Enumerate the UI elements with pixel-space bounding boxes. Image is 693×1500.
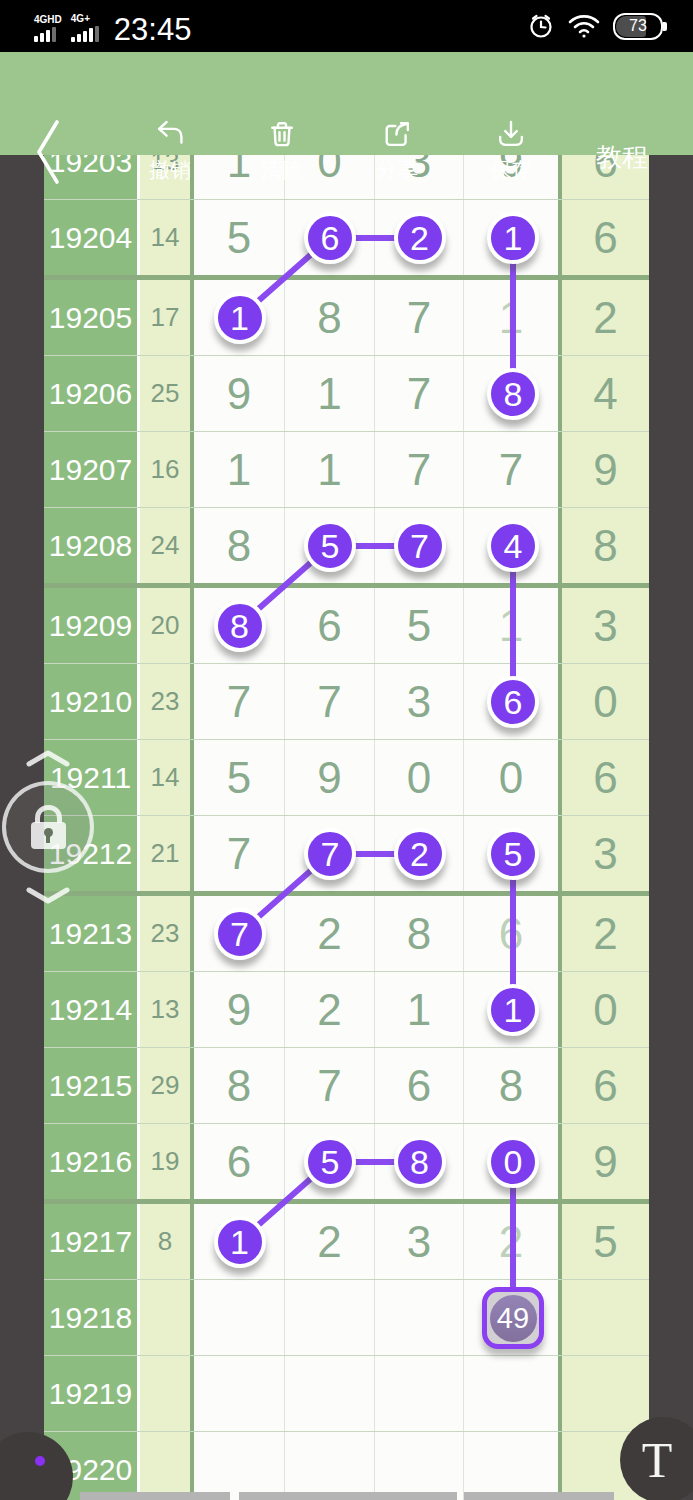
digit-cell[interactable]: 3 xyxy=(375,664,464,739)
scrollbar-segment[interactable] xyxy=(239,1492,457,1500)
digit-cell[interactable]: 7 xyxy=(375,280,464,355)
digit-cell[interactable]: 8 xyxy=(194,508,285,583)
undo-label: 撤销 xyxy=(149,156,191,184)
tail-digit-cell[interactable]: 3 xyxy=(562,588,649,663)
selected-number-circle[interactable]: 1 xyxy=(487,984,539,1036)
period-cell: 19209 xyxy=(44,588,140,663)
selected-number-circle[interactable]: 7 xyxy=(394,520,446,572)
chevron-down-icon xyxy=(26,887,70,904)
signal-bars-icon xyxy=(71,26,99,42)
table-row: 19205178712 xyxy=(44,280,649,356)
selected-number-circle[interactable]: 0 xyxy=(487,1136,539,1188)
tail-digit-cell[interactable] xyxy=(562,1280,649,1355)
selected-number-circle[interactable]: 5 xyxy=(304,520,356,572)
period-cell: 19215 xyxy=(44,1048,140,1123)
share-label: 分享 xyxy=(376,156,418,184)
tail-digit-cell[interactable]: 6 xyxy=(562,740,649,815)
sum-cell: 17 xyxy=(140,280,194,355)
text-tool-button[interactable]: T xyxy=(620,1417,693,1500)
sum-cell: 23 xyxy=(140,896,194,971)
selected-number-circle[interactable]: 7 xyxy=(304,828,356,880)
period-cell: 19216 xyxy=(44,1124,140,1199)
scroll-up-button[interactable] xyxy=(26,750,70,767)
period-cell: 19207 xyxy=(44,432,140,507)
toolbar: 撤销 清除 分享 xyxy=(0,52,693,155)
tail-digit-cell[interactable]: 2 xyxy=(562,280,649,355)
digit-cell[interactable]: 0 xyxy=(375,740,464,815)
battery-icon: 73 xyxy=(613,13,663,40)
table-row: 192152987686 xyxy=(44,1048,649,1124)
selected-number-circle[interactable]: 8 xyxy=(214,600,266,652)
wifi-icon xyxy=(567,13,601,39)
digit-cell[interactable]: 5 xyxy=(194,740,285,815)
chevron-left-icon xyxy=(34,118,62,186)
sum-cell: 14 xyxy=(140,740,194,815)
table-row: 19214139210 xyxy=(44,972,649,1048)
sum-cell xyxy=(140,1432,194,1500)
digit-cell[interactable]: 6 xyxy=(194,1124,285,1199)
tail-digit-cell[interactable]: 9 xyxy=(562,1124,649,1199)
save-button[interactable]: 保存 xyxy=(469,118,553,184)
sum-cell: 25 xyxy=(140,356,194,431)
scrollbar-segment[interactable] xyxy=(464,1492,614,1500)
period-cell: 19205 xyxy=(44,280,140,355)
tail-digit-cell[interactable]: 4 xyxy=(562,356,649,431)
digit-cell[interactable] xyxy=(464,1356,562,1431)
undo-button[interactable]: 撤销 xyxy=(128,118,212,184)
tail-digit-cell[interactable]: 0 xyxy=(562,664,649,739)
selected-number-circle[interactable]: 4 xyxy=(487,520,539,572)
clock-time: 23:45 xyxy=(114,14,192,45)
selected-number-circle[interactable]: 1 xyxy=(214,292,266,344)
tail-digit-cell[interactable]: 2 xyxy=(562,896,649,971)
trend-chart-table: 1920313103961920414561920517871219206259… xyxy=(44,155,649,1500)
digit-cell[interactable]: 1 xyxy=(464,588,562,663)
alarm-clock-icon xyxy=(527,12,555,40)
sum-cell: 29 xyxy=(140,1048,194,1123)
period-cell: 19213 xyxy=(44,896,140,971)
selected-number-circle[interactable]: 6 xyxy=(304,212,356,264)
tail-digit-cell[interactable]: 9 xyxy=(562,432,649,507)
sum-cell: 20 xyxy=(140,588,194,663)
battery-percent: 73 xyxy=(629,17,647,35)
sum-cell: 8 xyxy=(140,1204,194,1279)
period-cell: 19204 xyxy=(44,200,140,275)
selected-number-circle[interactable]: 2 xyxy=(394,828,446,880)
text-tool-label: T xyxy=(642,1431,673,1489)
selected-number-circle[interactable]: 7 xyxy=(214,908,266,960)
tail-digit-cell[interactable]: 8 xyxy=(562,508,649,583)
tail-digit-cell[interactable] xyxy=(562,1356,649,1431)
tail-digit-cell[interactable]: 3 xyxy=(562,816,649,891)
digit-cell[interactable]: 6 xyxy=(464,896,562,971)
share-button[interactable]: 分享 xyxy=(355,118,439,184)
sum-cell xyxy=(140,1356,194,1431)
digit-cell[interactable]: 7 xyxy=(194,664,285,739)
digit-cell[interactable]: 7 xyxy=(375,432,464,507)
table-row: 19220 xyxy=(44,1432,649,1500)
sum-cell: 19 xyxy=(140,1124,194,1199)
table-row: 19209206513 xyxy=(44,588,649,664)
tail-digit-cell[interactable]: 6 xyxy=(562,1048,649,1123)
period-cell: 19214 xyxy=(44,972,140,1047)
digit-cell[interactable]: 8 xyxy=(464,1048,562,1123)
signal-strength-4gplus: 4G+ xyxy=(71,14,99,42)
save-label: 保存 xyxy=(490,156,532,184)
table-row: 19210237730 xyxy=(44,664,649,740)
selected-number-circle[interactable]: 1 xyxy=(487,212,539,264)
digit-cell[interactable]: 9 xyxy=(194,356,285,431)
signal-bars-icon xyxy=(34,27,56,42)
network-type-label: 4GHD xyxy=(34,15,62,25)
clear-label: 清除 xyxy=(261,156,303,184)
signal-strength-4ghd: 4GHD xyxy=(34,15,62,42)
lock-icon xyxy=(31,805,66,849)
digit-cell[interactable]: 6 xyxy=(285,588,375,663)
pen-color-dot xyxy=(35,1456,45,1466)
sum-cell: 21 xyxy=(140,816,194,891)
network-type-label: 4G+ xyxy=(71,14,90,24)
digit-cell[interactable]: 6 xyxy=(375,1048,464,1123)
period-cell: 19206 xyxy=(44,356,140,431)
digit-cell[interactable] xyxy=(285,1356,375,1431)
table-row: 1921782325 xyxy=(44,1204,649,1280)
table-row: 19218 xyxy=(44,1280,649,1356)
digit-cell[interactable] xyxy=(375,1356,464,1431)
digit-cell[interactable] xyxy=(194,1280,285,1355)
sum-cell: 16 xyxy=(140,432,194,507)
tail-digit-cell[interactable]: 0 xyxy=(562,972,649,1047)
lock-scroll-button[interactable] xyxy=(2,781,94,873)
period-cell: 19219 xyxy=(44,1356,140,1431)
number-grid: 1920313103961920414561920517871219206259… xyxy=(44,155,649,1500)
digit-cell[interactable]: 9 xyxy=(194,972,285,1047)
selected-number-circle[interactable]: 2 xyxy=(394,212,446,264)
digit-cell[interactable] xyxy=(194,1432,285,1500)
table-row: 192071611779 xyxy=(44,432,649,508)
share-icon xyxy=(381,118,413,150)
digit-cell[interactable]: 5 xyxy=(375,588,464,663)
tail-digit-cell[interactable]: 6 xyxy=(562,200,649,275)
tutorial-button[interactable]: 教程 xyxy=(596,140,648,175)
digit-cell[interactable]: 2 xyxy=(464,1204,562,1279)
digit-cell[interactable]: 1 xyxy=(285,432,375,507)
selected-number-circle[interactable]: 1 xyxy=(214,1216,266,1268)
digit-cell[interactable]: 0 xyxy=(464,740,562,815)
digit-cell[interactable]: 9 xyxy=(285,740,375,815)
sum-cell: 14 xyxy=(140,200,194,275)
period-cell: 19217 xyxy=(44,1204,140,1279)
digit-cell[interactable] xyxy=(285,1432,375,1500)
battery-nub xyxy=(663,22,667,31)
selected-number-circle[interactable]: 6 xyxy=(487,676,539,728)
digit-cell[interactable]: 1 xyxy=(285,356,375,431)
sum-cell xyxy=(140,1280,194,1355)
status-bar: 4GHD 4G+ 23:45 xyxy=(0,0,693,52)
digit-cell[interactable]: 5 xyxy=(194,200,285,275)
tail-digit-cell[interactable]: 5 xyxy=(562,1204,649,1279)
trash-icon xyxy=(266,118,298,150)
trend-chart-viewport[interactable]: 1920313103961920414561920517871219206259… xyxy=(44,155,649,1500)
digit-cell[interactable]: 1 xyxy=(194,432,285,507)
digit-cell[interactable]: 1 xyxy=(464,280,562,355)
digit-cell[interactable]: 2 xyxy=(285,972,375,1047)
table-row: 19219 xyxy=(44,1356,649,1432)
period-cell: 19218 xyxy=(44,1280,140,1355)
digit-cell[interactable] xyxy=(285,1280,375,1355)
selected-number-circle[interactable]: 8 xyxy=(394,1136,446,1188)
digit-cell[interactable] xyxy=(375,1280,464,1355)
period-cell: 19208 xyxy=(44,508,140,583)
chevron-up-icon xyxy=(26,750,70,767)
digit-cell[interactable]: 2 xyxy=(285,1204,375,1279)
table-row: 19213232862 xyxy=(44,896,649,972)
digit-cell[interactable] xyxy=(464,1432,562,1500)
digit-cell[interactable]: 2 xyxy=(285,896,375,971)
selected-number-circle[interactable]: 8 xyxy=(487,368,539,420)
digit-cell[interactable]: 1 xyxy=(375,972,464,1047)
digit-cell[interactable] xyxy=(194,1356,285,1431)
selected-number-circle[interactable]: 5 xyxy=(304,1136,356,1188)
digit-cell[interactable]: 7 xyxy=(464,432,562,507)
table-row: 19206259174 xyxy=(44,356,649,432)
digit-cell[interactable]: 7 xyxy=(285,664,375,739)
digit-cell[interactable]: 3 xyxy=(375,1204,464,1279)
prediction-badge-value: 49 xyxy=(490,1295,537,1342)
scrollbar-segment[interactable] xyxy=(80,1492,230,1500)
selected-number-circle[interactable]: 5 xyxy=(487,828,539,880)
digit-cell[interactable]: 7 xyxy=(285,1048,375,1123)
sum-cell: 24 xyxy=(140,508,194,583)
digit-cell[interactable]: 7 xyxy=(375,356,464,431)
digit-cell[interactable]: 8 xyxy=(194,1048,285,1123)
table-row: 192111459006 xyxy=(44,740,649,816)
save-icon xyxy=(495,118,527,150)
digit-cell[interactable]: 8 xyxy=(375,896,464,971)
period-cell: 19210 xyxy=(44,664,140,739)
digit-cell[interactable]: 8 xyxy=(285,280,375,355)
scroll-down-button[interactable] xyxy=(26,887,70,904)
sum-cell: 13 xyxy=(140,972,194,1047)
digit-cell[interactable]: 7 xyxy=(194,816,285,891)
sum-cell: 23 xyxy=(140,664,194,739)
undo-icon xyxy=(154,118,186,150)
prediction-badge[interactable]: 49 xyxy=(482,1287,544,1349)
digit-cell[interactable] xyxy=(375,1432,464,1500)
back-button[interactable] xyxy=(34,118,62,186)
clear-button[interactable]: 清除 xyxy=(240,118,324,184)
